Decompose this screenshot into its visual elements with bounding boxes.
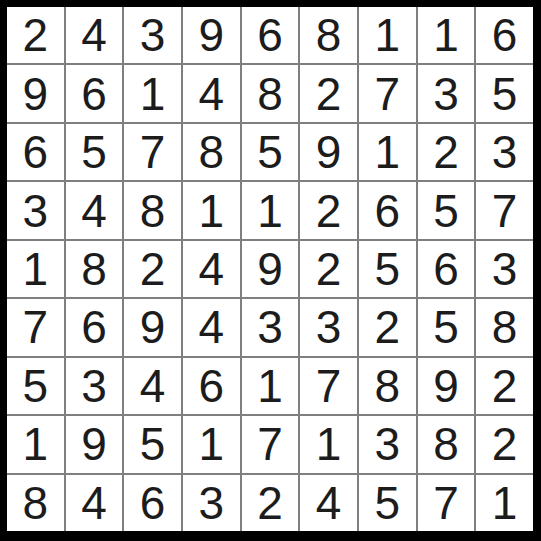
grid-cell-r7c4[interactable]: 6 (183, 358, 240, 414)
grid-cell-r4c8[interactable]: 5 (418, 182, 475, 238)
grid-cell-r5c4[interactable]: 4 (183, 241, 240, 297)
grid-cell-r5c6[interactable]: 2 (300, 241, 357, 297)
grid-cell-r2c8[interactable]: 3 (418, 65, 475, 121)
grid-cell-r3c2[interactable]: 5 (66, 124, 123, 180)
grid-cell-r7c9[interactable]: 2 (476, 358, 533, 414)
grid-cell-r1c1[interactable]: 2 (7, 7, 64, 63)
grid-cell-r6c1[interactable]: 7 (7, 299, 64, 355)
grid-cell-r8c7[interactable]: 3 (359, 416, 416, 472)
grid-cell-r7c8[interactable]: 9 (418, 358, 475, 414)
grid-cell-r3c8[interactable]: 2 (418, 124, 475, 180)
grid-cell-r1c9[interactable]: 6 (476, 7, 533, 63)
grid-cell-r7c1[interactable]: 5 (7, 358, 64, 414)
grid-cell-r2c1[interactable]: 9 (7, 65, 64, 121)
puzzle-board: 2439681169614827356578591233481126571824… (0, 0, 541, 541)
grid-cell-r8c9[interactable]: 2 (476, 416, 533, 472)
grid-cell-r2c9[interactable]: 5 (476, 65, 533, 121)
grid-cell-r5c2[interactable]: 8 (66, 241, 123, 297)
grid-cell-r5c1[interactable]: 1 (7, 241, 64, 297)
grid-cell-r8c8[interactable]: 8 (418, 416, 475, 472)
grid-cell-r2c4[interactable]: 4 (183, 65, 240, 121)
grid-cell-r8c4[interactable]: 1 (183, 416, 240, 472)
grid-cell-r8c2[interactable]: 9 (66, 416, 123, 472)
grid-cell-r9c5[interactable]: 2 (242, 475, 299, 531)
grid-cell-r7c5[interactable]: 1 (242, 358, 299, 414)
grid-cell-r2c3[interactable]: 1 (124, 65, 181, 121)
grid-cell-r8c3[interactable]: 5 (124, 416, 181, 472)
grid-cell-r2c6[interactable]: 2 (300, 65, 357, 121)
grid-cell-r7c7[interactable]: 8 (359, 358, 416, 414)
grid-cell-r3c3[interactable]: 7 (124, 124, 181, 180)
grid-cell-r2c5[interactable]: 8 (242, 65, 299, 121)
grid-cell-r3c7[interactable]: 1 (359, 124, 416, 180)
grid-cell-r2c2[interactable]: 6 (66, 65, 123, 121)
grid-cell-r1c4[interactable]: 9 (183, 7, 240, 63)
grid-cell-r9c2[interactable]: 4 (66, 475, 123, 531)
grid-cell-r5c5[interactable]: 9 (242, 241, 299, 297)
grid-cell-r6c3[interactable]: 9 (124, 299, 181, 355)
grid-cell-r6c5[interactable]: 3 (242, 299, 299, 355)
grid-cell-r9c3[interactable]: 6 (124, 475, 181, 531)
grid-cell-r2c7[interactable]: 7 (359, 65, 416, 121)
grid-cell-r1c5[interactable]: 6 (242, 7, 299, 63)
grid-cell-r7c2[interactable]: 3 (66, 358, 123, 414)
grid-cell-r6c8[interactable]: 5 (418, 299, 475, 355)
grid-cell-r1c8[interactable]: 1 (418, 7, 475, 63)
grid-cell-r4c1[interactable]: 3 (7, 182, 64, 238)
grid-cell-r1c6[interactable]: 8 (300, 7, 357, 63)
grid-cell-r4c5[interactable]: 1 (242, 182, 299, 238)
grid-cell-r7c3[interactable]: 4 (124, 358, 181, 414)
grid-cell-r4c6[interactable]: 2 (300, 182, 357, 238)
grid-cell-r4c7[interactable]: 6 (359, 182, 416, 238)
grid-cell-r1c2[interactable]: 4 (66, 7, 123, 63)
grid-cell-r6c7[interactable]: 2 (359, 299, 416, 355)
grid-cell-r1c7[interactable]: 1 (359, 7, 416, 63)
grid-cell-r1c3[interactable]: 3 (124, 7, 181, 63)
grid-cell-r5c8[interactable]: 6 (418, 241, 475, 297)
grid-cell-r5c9[interactable]: 3 (476, 241, 533, 297)
grid-cell-r9c9[interactable]: 1 (476, 475, 533, 531)
grid-cell-r8c1[interactable]: 1 (7, 416, 64, 472)
grid-cell-r9c4[interactable]: 3 (183, 475, 240, 531)
grid-cell-r7c6[interactable]: 7 (300, 358, 357, 414)
grid-cell-r9c8[interactable]: 7 (418, 475, 475, 531)
grid-cell-r9c7[interactable]: 5 (359, 475, 416, 531)
grid-cell-r3c9[interactable]: 3 (476, 124, 533, 180)
grid-cell-r8c5[interactable]: 7 (242, 416, 299, 472)
grid-cell-r9c6[interactable]: 4 (300, 475, 357, 531)
grid-cell-r4c3[interactable]: 8 (124, 182, 181, 238)
grid-cell-r3c5[interactable]: 5 (242, 124, 299, 180)
grid-cell-r3c6[interactable]: 9 (300, 124, 357, 180)
grid-cell-r6c9[interactable]: 8 (476, 299, 533, 355)
grid-cell-r3c4[interactable]: 8 (183, 124, 240, 180)
grid-cell-r6c6[interactable]: 3 (300, 299, 357, 355)
grid-cell-r5c7[interactable]: 5 (359, 241, 416, 297)
grid-cell-r8c6[interactable]: 1 (300, 416, 357, 472)
grid-cell-r5c3[interactable]: 2 (124, 241, 181, 297)
grid-cell-r9c1[interactable]: 8 (7, 475, 64, 531)
grid-cell-r4c2[interactable]: 4 (66, 182, 123, 238)
grid-cell-r4c4[interactable]: 1 (183, 182, 240, 238)
grid-cell-r3c1[interactable]: 6 (7, 124, 64, 180)
grid-cell-r6c4[interactable]: 4 (183, 299, 240, 355)
grid-cell-r4c9[interactable]: 7 (476, 182, 533, 238)
grid-cell-r6c2[interactable]: 6 (66, 299, 123, 355)
number-grid: 2439681169614827356578591233481126571824… (7, 7, 533, 531)
